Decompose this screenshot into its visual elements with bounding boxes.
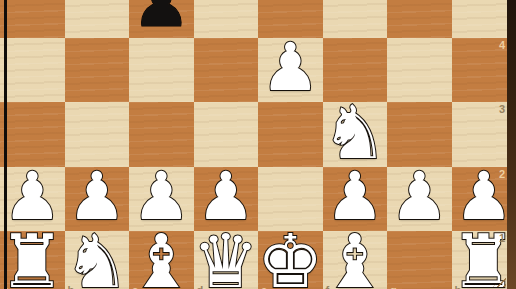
file-label-f: f (326, 285, 330, 289)
square-a5[interactable] (0, 0, 65, 38)
white-pawn-e4[interactable]: ♟ (261, 35, 320, 101)
file-label-c: c (132, 285, 138, 289)
white-queen-d1[interactable]: ♛ (193, 224, 259, 289)
square-f5[interactable] (323, 0, 388, 38)
square-g3[interactable] (387, 102, 452, 167)
square-g2[interactable]: ♟ (387, 167, 452, 232)
black-pawn-c5[interactable]: ♟ (132, 0, 191, 37)
square-e3[interactable] (258, 102, 323, 167)
board-left-edge-line (4, 0, 7, 289)
square-g1[interactable]: g (387, 231, 452, 289)
square-d3[interactable] (194, 102, 259, 167)
square-f1[interactable]: ♝f (323, 231, 388, 289)
square-d1[interactable]: ♛d (194, 231, 259, 289)
board-grid: ♟♟4♞3♟♟♟♟♟♟♟2♜a♞b♝c♛d♚e♝fg♜1h (0, 0, 516, 289)
rank-label-4: 4 (499, 40, 505, 51)
white-king-e1[interactable]: ♚ (257, 224, 323, 289)
chess-board: ♟♟4♞3♟♟♟♟♟♟♟2♜a♞b♝c♛d♚e♝fg♜1h (0, 0, 516, 289)
square-c1[interactable]: ♝c (129, 231, 194, 289)
file-label-e: e (261, 285, 267, 289)
square-c5[interactable]: ♟ (129, 0, 194, 38)
square-d4[interactable] (194, 38, 259, 103)
square-e1[interactable]: ♚e (258, 231, 323, 289)
rank-label-1: 1 (499, 233, 505, 244)
square-a4[interactable] (0, 38, 65, 103)
file-label-g: g (390, 285, 397, 289)
square-e4[interactable]: ♟ (258, 38, 323, 103)
square-g5[interactable] (387, 0, 452, 38)
square-g4[interactable] (387, 38, 452, 103)
square-f3[interactable]: ♞ (323, 102, 388, 167)
board-right-edge-bar (507, 0, 516, 289)
square-b5[interactable] (65, 0, 130, 38)
square-c3[interactable] (129, 102, 194, 167)
white-pawn-g2[interactable]: ♟ (390, 164, 449, 230)
white-bishop-c1[interactable]: ♝ (128, 224, 194, 289)
square-d5[interactable] (194, 0, 259, 38)
file-label-b: b (68, 285, 75, 289)
square-b4[interactable] (65, 38, 130, 103)
white-rook-a1[interactable]: ♜ (0, 224, 65, 289)
white-knight-b1[interactable]: ♞ (64, 224, 130, 289)
square-a1[interactable]: ♜a (0, 231, 65, 289)
rank-label-3: 3 (499, 104, 505, 115)
file-label-h: h (455, 285, 462, 289)
square-b1[interactable]: ♞b (65, 231, 130, 289)
square-a3[interactable] (0, 102, 65, 167)
file-label-d: d (197, 285, 204, 289)
white-bishop-f1[interactable]: ♝ (322, 224, 388, 289)
rank-label-2: 2 (499, 169, 505, 180)
square-c4[interactable] (129, 38, 194, 103)
square-b3[interactable] (65, 102, 130, 167)
